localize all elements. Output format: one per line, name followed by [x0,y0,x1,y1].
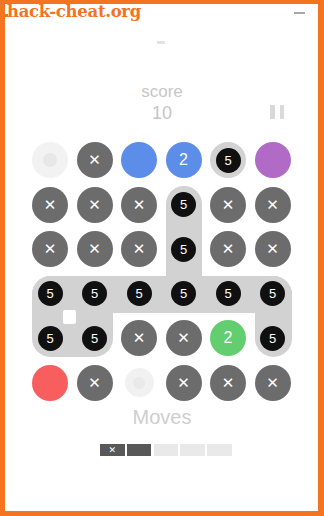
board-cell: ✕ [117,227,162,272]
minimize-icon[interactable] [294,12,305,14]
anchor-dot-5[interactable]: 5 [171,192,196,217]
anchor-dot-5[interactable]: 5 [216,281,241,306]
window-frame-top [0,0,324,4]
blocker-dot-x[interactable]: ✕ [121,231,157,267]
board-cell [117,360,162,405]
anchor-dot-5[interactable]: 5 [171,281,196,306]
board-cell: 5 [250,271,295,316]
board-cell [28,360,73,405]
anchor-dot-5[interactable]: 5 [82,326,107,351]
board-cell: 5 [72,316,117,361]
fading-dot-core [43,153,57,167]
anchor-dot-5[interactable]: 5 [216,148,241,173]
board-cell: ✕ [250,182,295,227]
window-frame-left [0,0,5,516]
blocker-dot-x[interactable]: ✕ [210,231,246,267]
anchor-dot-5[interactable]: 5 [82,281,107,306]
pause-icon [280,105,285,119]
window-frame-right [318,0,324,516]
board-cell [117,138,162,183]
board-cell: 5 [161,271,206,316]
blocker-dot-x[interactable]: ✕ [77,142,113,178]
blocker-dot-x[interactable]: ✕ [210,187,246,223]
board-cell: ✕ [117,316,162,361]
board-cell: ✕ [28,182,73,227]
pause-button[interactable] [270,105,284,119]
board-cell: ✕ [72,227,117,272]
board-cell: 5 [117,271,162,316]
anchor-dot-5[interactable]: 5 [127,281,152,306]
board-cell: 2 [161,138,206,183]
fading-dot-small [125,368,154,397]
blocker-dot-x[interactable]: ✕ [121,187,157,223]
board-cell [250,138,295,183]
anchor-dot-5[interactable]: 5 [38,281,63,306]
anchor-dot-5[interactable]: 5 [260,326,285,351]
board-cell [28,138,73,183]
board-cell: 5 [161,227,206,272]
dot-green-2[interactable]: 2 [210,320,246,356]
anchor-dot-5[interactable]: 5 [260,281,285,306]
blocker-dot-x[interactable]: ✕ [255,187,291,223]
moves-segment-remaining [180,444,205,456]
anchor-halo: 5 [210,142,246,178]
anchor-dot-5[interactable]: 5 [171,237,196,262]
pause-icon [270,105,275,119]
blocker-dot-x[interactable]: ✕ [77,365,113,401]
blocker-dot-x[interactable]: ✕ [77,231,113,267]
fading-dot [32,142,68,178]
board-cell: 2 [206,316,251,361]
anchor-dot-5[interactable]: 5 [38,326,63,351]
window-frame-bottom [0,511,324,516]
board-cell: 5 [161,182,206,227]
dot-blue-2[interactable]: 2 [166,142,202,178]
dot-red[interactable] [32,365,68,401]
board-cell: 5 [72,271,117,316]
board-cell: ✕ [206,227,251,272]
blocker-dot-x[interactable]: ✕ [77,187,113,223]
board-cell: ✕ [72,182,117,227]
board-cell: ✕ [161,360,206,405]
blocker-dot-x[interactable]: ✕ [255,231,291,267]
ad-banner-link[interactable]: hack-cheat.org [7,2,141,21]
board-cell: ✕ [72,138,117,183]
blocker-dot-x[interactable]: ✕ [255,365,291,401]
board-cell: ✕ [117,182,162,227]
dot-purple[interactable] [255,142,291,178]
moves-progress-bar: ✕ [100,444,232,456]
blocker-dot-x[interactable]: ✕ [166,320,202,356]
board-cell: ✕ [72,360,117,405]
blocker-dot-x[interactable]: ✕ [121,320,157,356]
board-cell: ✕ [250,227,295,272]
board-cell: 5 [28,271,73,316]
blocker-dot-x[interactable]: ✕ [32,231,68,267]
board-cell: 5 [28,316,73,361]
board-cell: ✕ [206,182,251,227]
board-cell: 5 [206,271,251,316]
score-label: score [0,82,324,102]
board-cell: 5 [206,138,251,183]
board-cell: ✕ [250,360,295,405]
blocker-dot-x[interactable]: ✕ [32,187,68,223]
blocker-dot-x[interactable]: ✕ [166,365,202,401]
blocker-dot-x[interactable]: ✕ [210,365,246,401]
moves-label: Moves [0,406,324,429]
moves-segment-remaining [207,444,232,456]
board-cell: 5 [250,316,295,361]
game-board: ✕25✕✕✕5✕✕✕✕✕5✕✕55555555✕✕25✕✕✕✕ [28,138,295,405]
board-cell: ✕ [161,316,206,361]
fading-dot-core [133,377,145,389]
board-cell: ✕ [206,360,251,405]
board-cell: ✕ [28,227,73,272]
decorative-dash [157,41,165,44]
moves-segment-used-x: ✕ [100,444,125,456]
dot-blue[interactable] [121,142,157,178]
moves-segment-used [127,444,152,456]
moves-segment-remaining [154,444,179,456]
